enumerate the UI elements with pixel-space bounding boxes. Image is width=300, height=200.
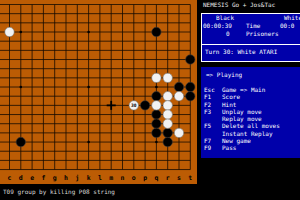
black-stone-q7 xyxy=(152,110,161,119)
star-point xyxy=(87,141,90,144)
coordinate-label: o xyxy=(132,174,136,182)
white-stone-r7 xyxy=(163,110,172,119)
white-time: 00:0 xyxy=(280,22,294,30)
coordinate-label: m xyxy=(109,174,113,182)
mode-indicator: => Playing xyxy=(206,71,242,78)
menu-item-key: Esc xyxy=(204,86,215,93)
menu-item-game-main[interactable]: EscGame => Main xyxy=(201,86,300,93)
menu-item-replay-move[interactable]: Replay move xyxy=(201,115,300,122)
game-info-box: Black White 00:00:39 Time 00:0 0 Prisone… xyxy=(201,13,300,62)
menu-item-key: F3 xyxy=(204,108,211,115)
menu-item-list: EscGame => MainF1ScoreF2HintF3Unplay mov… xyxy=(201,86,300,152)
menu-item-label: Delete all moves xyxy=(222,122,280,129)
menu-item-label: New game xyxy=(222,137,251,144)
white-stone-q8 xyxy=(152,101,161,110)
menu-item-label: Hint xyxy=(222,101,236,108)
coordinate-label: h xyxy=(64,174,68,182)
star-point xyxy=(20,31,23,34)
coordinate-label: f xyxy=(41,174,45,182)
coordinate-label: c xyxy=(8,174,12,182)
menu-item-key: F2 xyxy=(204,101,211,108)
menu-item-score[interactable]: F1Score xyxy=(201,93,300,100)
coordinate-label: e xyxy=(30,174,34,182)
black-stone-q6 xyxy=(152,119,161,128)
white-stone-q11 xyxy=(152,73,161,82)
black-stone-t13 xyxy=(186,55,195,64)
black-stone-d4 xyxy=(16,137,25,146)
black-stone-r5 xyxy=(163,128,172,137)
coordinate-label: n xyxy=(121,174,125,182)
star-point xyxy=(87,86,90,89)
move-number-label: 30 xyxy=(131,103,137,108)
menu-item-label: Instant Replay xyxy=(222,130,273,137)
star-point xyxy=(87,31,90,34)
players-row: Black White xyxy=(202,14,300,22)
black-stone-t9 xyxy=(186,92,195,101)
menu-item-label: Score xyxy=(222,93,240,100)
white-stone-s5 xyxy=(174,128,183,137)
hint-status-bar: T09 group by killing P08 string xyxy=(3,188,299,196)
star-point xyxy=(20,86,23,89)
coordinate-label: k xyxy=(87,174,91,182)
menu-item-label: Unplay move xyxy=(222,108,262,115)
menu-item-new-game[interactable]: F7New game xyxy=(201,137,300,144)
white-player-label: White xyxy=(284,14,300,22)
menu-item-unplay-move[interactable]: F3Unplay move xyxy=(201,108,300,115)
coordinate-label: l xyxy=(98,174,102,182)
black-stone-q5 xyxy=(152,128,161,137)
white-stone-r6 xyxy=(163,119,172,128)
coordinate-label: j xyxy=(75,174,79,182)
black-stone-q16 xyxy=(152,27,161,36)
menu-item-label: Replay move xyxy=(222,115,262,122)
menu-item-label: Pass xyxy=(222,144,236,151)
go-board-svg[interactable]: cdefghjklmnopqrst30 xyxy=(0,0,197,184)
coordinate-label: r xyxy=(166,174,170,182)
menu-item-key: F9 xyxy=(204,144,211,151)
time-label: Time xyxy=(246,22,260,30)
prisoners-row: 0 Prisoners xyxy=(202,30,300,38)
go-board[interactable]: cdefghjklmnopqrst30 xyxy=(0,0,197,184)
menu-item-hint[interactable]: F2Hint xyxy=(201,101,300,108)
black-time: 00:00:39 xyxy=(203,22,232,30)
info-box-divider xyxy=(202,44,300,45)
black-stone-p8 xyxy=(140,101,149,110)
white-stone-r11 xyxy=(163,73,172,82)
time-row: 00:00:39 Time 00:0 xyxy=(202,22,300,30)
star-point xyxy=(155,86,158,89)
nemesis-go-screen: cdefghjklmnopqrst30 NEMESIS Go + Jos&Tac… xyxy=(0,0,300,200)
black-stone-r4 xyxy=(163,137,172,146)
menu-item-pass[interactable]: F9Pass xyxy=(201,144,300,151)
coordinate-label: p xyxy=(143,174,147,182)
coordinate-label: g xyxy=(53,174,57,182)
black-player-label: Black xyxy=(216,14,234,22)
white-stone-r8 xyxy=(163,101,172,110)
menu-item-key: F7 xyxy=(204,137,211,144)
command-menu: => Playing EscGame => MainF1ScoreF2HintF… xyxy=(201,67,300,158)
black-stone-s10 xyxy=(174,82,183,91)
white-stone-r9 xyxy=(163,92,172,101)
menu-item-key: F5 xyxy=(204,122,211,129)
prisoners-label: Prisoners xyxy=(246,30,279,38)
coordinate-label: q xyxy=(154,174,158,182)
black-stone-t10 xyxy=(186,82,195,91)
black-prisoners-count: 0 xyxy=(226,30,230,38)
star-point xyxy=(155,141,158,144)
white-stone-c16 xyxy=(5,27,14,36)
coordinate-label: s xyxy=(177,174,181,182)
menu-item-label: Game => Main xyxy=(222,86,265,93)
turn-status: Turn 30: White ATARI xyxy=(205,48,277,56)
menu-item-delete-all-moves[interactable]: F5Delete all moves xyxy=(201,122,300,129)
black-stone-q9 xyxy=(152,92,161,101)
coordinate-label: d xyxy=(19,174,23,182)
white-stone-s9 xyxy=(174,92,183,101)
menu-item-instant-replay[interactable]: Instant Replay xyxy=(201,130,300,137)
coordinate-label: t xyxy=(188,174,192,182)
menu-item-key: F1 xyxy=(204,93,211,100)
app-title: NEMESIS Go + Jos&Tac xyxy=(203,1,300,9)
